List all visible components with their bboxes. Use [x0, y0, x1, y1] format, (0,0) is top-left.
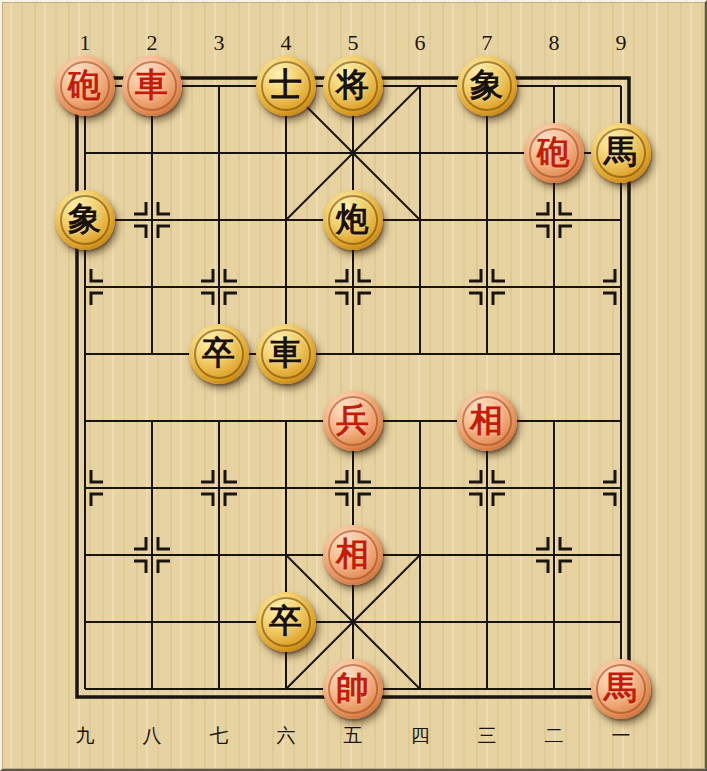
piece-black-chariot[interactable]: 車 [256, 324, 316, 384]
file-label-bottom-1: 九 [71, 723, 99, 749]
board-point-7-6[interactable]: 相 [453, 387, 520, 454]
piece-character: 将 [336, 68, 369, 101]
board-point-3-5[interactable]: 卒 [185, 320, 252, 387]
piece-character: 士 [269, 68, 302, 101]
file-label-bottom-9: 一 [607, 723, 635, 749]
board-point-9-10[interactable]: 馬 [587, 655, 654, 722]
piece-character: 馬 [604, 671, 637, 704]
file-label-bottom-7: 三 [473, 723, 501, 749]
board-point-4-5[interactable]: 車 [252, 320, 319, 387]
piece-character: 砲 [68, 68, 101, 101]
piece-red-soldier[interactable]: 兵 [323, 391, 383, 451]
board-point-2-1[interactable]: 車 [118, 52, 185, 119]
piece-black-cannon[interactable]: 炮 [323, 190, 383, 250]
piece-black-elephant[interactable]: 象 [55, 190, 115, 250]
piece-character: 砲 [537, 135, 570, 168]
piece-red-cannon[interactable]: 砲 [55, 56, 115, 116]
board-point-5-6[interactable]: 兵 [319, 387, 386, 454]
piece-red-chariot[interactable]: 車 [122, 56, 182, 116]
board-point-1-3[interactable]: 象 [51, 186, 118, 253]
piece-character: 車 [135, 68, 168, 101]
board[interactable]: 砲車士将象砲馬象炮卒車兵相相卒帥馬 [51, 52, 654, 722]
piece-black-elephant[interactable]: 象 [457, 56, 517, 116]
file-label-bottom-6: 四 [406, 723, 434, 749]
piece-character: 象 [470, 68, 503, 101]
board-point-5-1[interactable]: 将 [319, 52, 386, 119]
file-label-bottom-2: 八 [138, 723, 166, 749]
piece-black-general[interactable]: 将 [323, 56, 383, 116]
xiangqi-app-window: { "game": "xiangqi", "board": { "files":… [0, 0, 707, 771]
board-point-5-8[interactable]: 相 [319, 521, 386, 588]
file-label-bottom-5: 五 [339, 723, 367, 749]
piece-character: 卒 [269, 604, 302, 637]
piece-character: 相 [470, 403, 503, 436]
board-point-1-1[interactable]: 砲 [51, 52, 118, 119]
piece-red-general[interactable]: 帥 [323, 659, 383, 719]
file-label-bottom-8: 二 [540, 723, 568, 749]
board-point-4-1[interactable]: 士 [252, 52, 319, 119]
piece-black-advisor[interactable]: 士 [256, 56, 316, 116]
board-point-7-1[interactable]: 象 [453, 52, 520, 119]
board-point-5-3[interactable]: 炮 [319, 186, 386, 253]
piece-character: 炮 [336, 202, 369, 235]
piece-red-elephant[interactable]: 相 [323, 525, 383, 585]
piece-black-soldier[interactable]: 卒 [189, 324, 249, 384]
piece-character: 馬 [604, 135, 637, 168]
piece-character: 兵 [336, 403, 369, 436]
file-label-bottom-3: 七 [205, 723, 233, 749]
file-label-bottom-4: 六 [272, 723, 300, 749]
piece-character: 相 [336, 537, 369, 570]
piece-red-horse[interactable]: 馬 [591, 659, 651, 719]
board-point-4-9[interactable]: 卒 [252, 588, 319, 655]
board-point-5-10[interactable]: 帥 [319, 655, 386, 722]
piece-black-horse[interactable]: 馬 [591, 123, 651, 183]
piece-red-cannon[interactable]: 砲 [524, 123, 584, 183]
piece-character: 帥 [336, 671, 369, 704]
piece-black-soldier[interactable]: 卒 [256, 592, 316, 652]
piece-character: 車 [269, 336, 302, 369]
piece-character: 卒 [202, 336, 235, 369]
board-point-8-2[interactable]: 砲 [520, 119, 587, 186]
piece-character: 象 [68, 202, 101, 235]
piece-red-elephant[interactable]: 相 [457, 391, 517, 451]
board-point-9-2[interactable]: 馬 [587, 119, 654, 186]
